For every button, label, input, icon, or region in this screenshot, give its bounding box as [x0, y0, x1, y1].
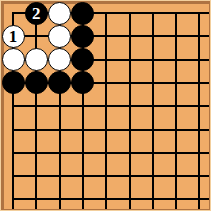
go-stone-white	[48, 48, 71, 71]
stones-layer: 21	[0, 0, 211, 211]
go-stone-black	[71, 25, 94, 48]
go-stone-white-move-1: 1	[2, 25, 25, 48]
go-stone-black	[71, 2, 94, 25]
go-stone-black	[25, 71, 48, 94]
go-board-diagram: 21	[0, 0, 211, 211]
go-stone-black	[48, 71, 71, 94]
go-stone-white	[25, 48, 48, 71]
go-stone-white	[48, 25, 71, 48]
go-stone-white	[48, 2, 71, 25]
go-stone-black-move-2: 2	[25, 2, 48, 25]
go-stone-white	[2, 48, 25, 71]
go-stone-black	[71, 48, 94, 71]
go-stone-black	[71, 71, 94, 94]
go-stone-black	[2, 71, 25, 94]
